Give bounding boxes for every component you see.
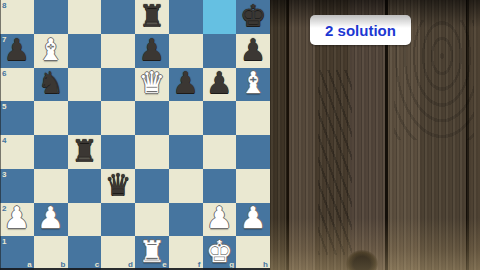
wood-grain-chevron: [318, 70, 352, 255]
white-pawn-a2[interactable]: ♟: [3, 203, 30, 233]
square-g5[interactable]: [203, 101, 237, 135]
rank-label-5: 5: [2, 102, 6, 111]
black-rook-c4[interactable]: ♜: [71, 136, 98, 166]
square-c4[interactable]: ♜: [68, 135, 102, 169]
black-pawn-f6[interactable]: ♟: [172, 68, 199, 98]
wood-knot: [346, 250, 378, 270]
black-queen-d3[interactable]: ♛: [105, 170, 132, 200]
solution-label: 2 solution: [325, 22, 396, 39]
square-h2[interactable]: ♟: [236, 203, 270, 237]
square-f3[interactable]: [169, 169, 203, 203]
black-rook-e8[interactable]: ♜: [138, 1, 165, 31]
black-pawn-h7[interactable]: ♟: [240, 35, 267, 65]
square-e7[interactable]: ♟: [135, 34, 169, 68]
square-f1[interactable]: f: [169, 236, 203, 270]
square-d5[interactable]: [101, 101, 135, 135]
white-pawn-b2[interactable]: ♟: [37, 203, 64, 233]
white-bishop-h6[interactable]: ♝: [240, 68, 267, 98]
square-d6[interactable]: [101, 68, 135, 102]
square-g1[interactable]: g♚: [203, 236, 237, 270]
square-c8[interactable]: [68, 0, 102, 34]
square-e3[interactable]: [135, 169, 169, 203]
board-left-edge: [0, 0, 1, 270]
square-c2[interactable]: [68, 203, 102, 237]
square-c7[interactable]: [68, 34, 102, 68]
square-g4[interactable]: [203, 135, 237, 169]
square-e5[interactable]: [135, 101, 169, 135]
rank-label-3: 3: [2, 170, 6, 179]
square-a8[interactable]: 8: [0, 0, 34, 34]
square-e1[interactable]: e♜: [135, 236, 169, 270]
square-f4[interactable]: [169, 135, 203, 169]
square-h7[interactable]: ♟: [236, 34, 270, 68]
rank-label-6: 6: [2, 69, 6, 78]
white-pawn-g2[interactable]: ♟: [206, 203, 233, 233]
square-a4[interactable]: 4: [0, 135, 34, 169]
square-e2[interactable]: [135, 203, 169, 237]
square-f2[interactable]: [169, 203, 203, 237]
black-knight-b6[interactable]: ♞: [37, 68, 64, 98]
square-d4[interactable]: [101, 135, 135, 169]
solution-card: 2 solution: [310, 15, 411, 45]
wood-background: 2 solution: [270, 0, 480, 270]
rank-label-1: 1: [2, 237, 6, 246]
white-pawn-h2[interactable]: ♟: [240, 203, 267, 233]
rank-label-4: 4: [2, 136, 6, 145]
square-a5[interactable]: 5: [0, 101, 34, 135]
square-f5[interactable]: [169, 101, 203, 135]
square-g7[interactable]: [203, 34, 237, 68]
puzzle-screenshot: 8♜♚7♟♝♟♟6♞♛♟♟♝54♜3♛2♟♟♟♟1abcde♜fg♚h 2 so…: [0, 0, 480, 270]
square-g2[interactable]: ♟: [203, 203, 237, 237]
square-b2[interactable]: ♟: [34, 203, 68, 237]
square-h8[interactable]: ♚: [236, 0, 270, 34]
board-grid: 8♜♚7♟♝♟♟6♞♛♟♟♝54♜3♛2♟♟♟♟1abcde♜fg♚h: [0, 0, 270, 270]
square-c1[interactable]: c: [68, 236, 102, 270]
square-d7[interactable]: [101, 34, 135, 68]
square-b7[interactable]: ♝: [34, 34, 68, 68]
square-a6[interactable]: 6: [0, 68, 34, 102]
square-b5[interactable]: [34, 101, 68, 135]
white-rook-e1[interactable]: ♜: [138, 237, 165, 267]
square-b1[interactable]: b: [34, 236, 68, 270]
black-pawn-g6[interactable]: ♟: [206, 68, 233, 98]
square-b3[interactable]: [34, 169, 68, 203]
white-king-g1[interactable]: ♚: [206, 237, 233, 267]
square-h1[interactable]: h: [236, 236, 270, 270]
square-g8[interactable]: [203, 0, 237, 34]
square-f8[interactable]: [169, 0, 203, 34]
square-h3[interactable]: [236, 169, 270, 203]
square-e6[interactable]: ♛: [135, 68, 169, 102]
black-pawn-a7[interactable]: ♟: [3, 35, 30, 65]
square-f6[interactable]: ♟: [169, 68, 203, 102]
square-e4[interactable]: [135, 135, 169, 169]
white-bishop-b7[interactable]: ♝: [37, 35, 64, 65]
chess-board: 8♜♚7♟♝♟♟6♞♛♟♟♝54♜3♛2♟♟♟♟1abcde♜fg♚h: [0, 0, 270, 270]
square-d3[interactable]: ♛: [101, 169, 135, 203]
square-h5[interactable]: [236, 101, 270, 135]
black-king-h8[interactable]: ♚: [240, 1, 267, 31]
square-e8[interactable]: ♜: [135, 0, 169, 34]
black-pawn-e7[interactable]: ♟: [138, 35, 165, 65]
square-b4[interactable]: [34, 135, 68, 169]
square-d8[interactable]: [101, 0, 135, 34]
square-b8[interactable]: [34, 0, 68, 34]
square-a1[interactable]: 1a: [0, 236, 34, 270]
square-a2[interactable]: 2♟: [0, 203, 34, 237]
square-f7[interactable]: [169, 34, 203, 68]
square-c5[interactable]: [68, 101, 102, 135]
square-a3[interactable]: 3: [0, 169, 34, 203]
square-d1[interactable]: d: [101, 236, 135, 270]
square-h6[interactable]: ♝: [236, 68, 270, 102]
white-queen-e6[interactable]: ♛: [138, 68, 165, 98]
square-h4[interactable]: [236, 135, 270, 169]
square-c3[interactable]: [68, 169, 102, 203]
square-d2[interactable]: [101, 203, 135, 237]
square-g6[interactable]: ♟: [203, 68, 237, 102]
square-g3[interactable]: [203, 169, 237, 203]
square-c6[interactable]: [68, 68, 102, 102]
square-a7[interactable]: 7♟: [0, 34, 34, 68]
square-b6[interactable]: ♞: [34, 68, 68, 102]
rank-label-8: 8: [2, 1, 6, 10]
